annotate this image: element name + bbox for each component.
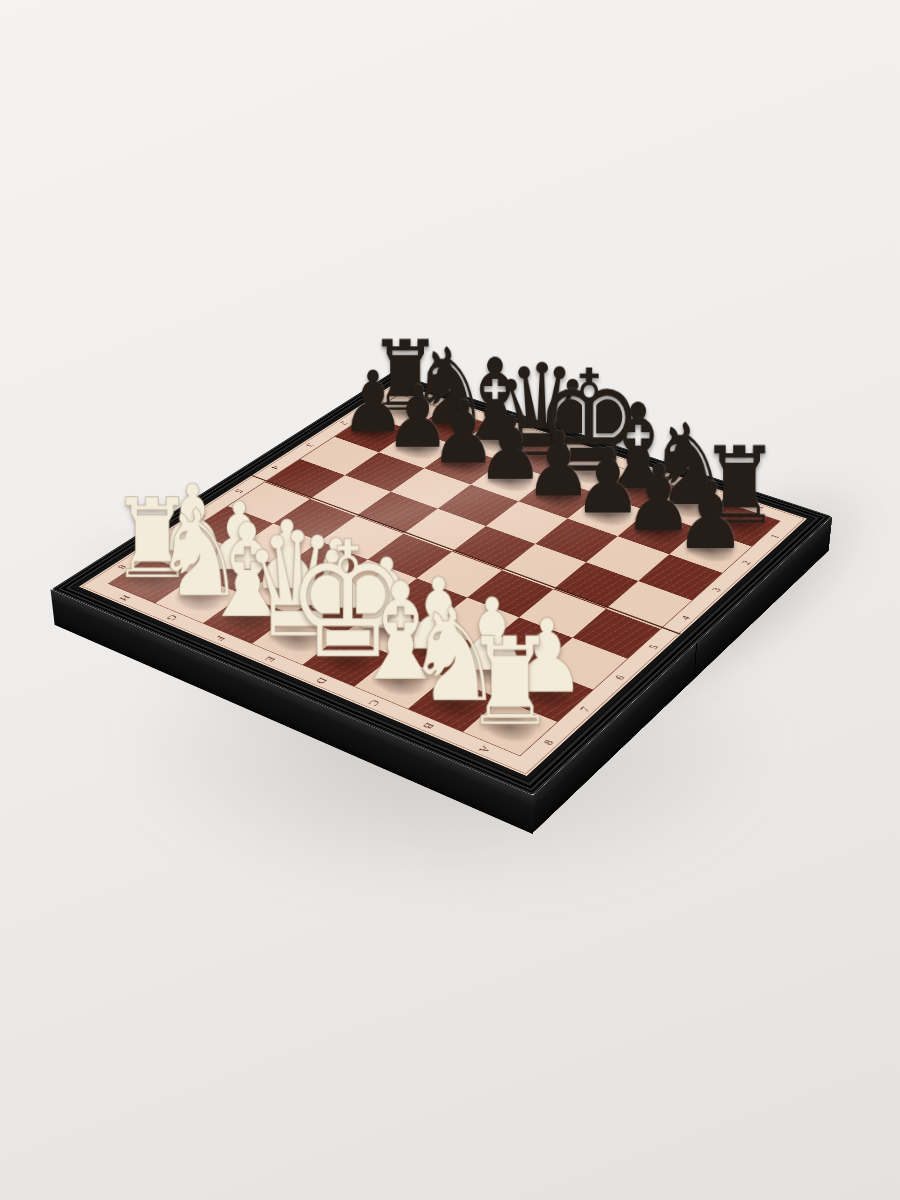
file-label-front-a: A [455, 728, 513, 770]
rank-label-right-3: 3 [684, 575, 749, 604]
fold-seam-side [694, 642, 698, 680]
black-pawn-a2: ♟ [635, 470, 786, 551]
rook-glyph: ♜ [425, 621, 595, 743]
white-rook-a8: ♜ [425, 621, 595, 727]
pawn-glyph: ♟ [635, 470, 786, 563]
rank-label-right-2: 2 [715, 549, 779, 577]
photo-scene: HH11GG22FF33EE44DD55CC66BB77AA88 ♜♞♝♚♛♝♞… [0, 0, 900, 1200]
rank-label-right-8: 8 [514, 725, 584, 760]
rank-label-left-3: 3 [282, 434, 338, 457]
chess-board: HH11GG22FF33EE44DD55CC66BB77AA88 ♜♞♝♚♛♝♞… [51, 372, 832, 795]
